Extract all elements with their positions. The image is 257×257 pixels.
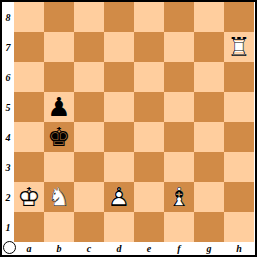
square-f2[interactable]: ♝♗ [164,182,194,212]
white-to-move-indicator [3,241,16,254]
square-f6[interactable] [164,62,194,92]
piece-white-king[interactable]: ♔ [14,182,44,212]
square-d1[interactable] [104,212,134,242]
square-b1[interactable] [44,212,74,242]
square-h3[interactable] [224,152,254,182]
square-d8[interactable] [104,2,134,32]
rank-label-6: 6 [2,62,14,92]
rank-labels: 87654321 [2,2,14,242]
file-label-f: f [164,242,194,254]
rank-label-3: 3 [2,152,14,182]
piece-black-king[interactable]: ♚ [44,122,74,152]
square-b3[interactable] [44,152,74,182]
square-g6[interactable] [194,62,224,92]
file-labels: abcdefgh [14,242,254,254]
square-d4[interactable] [104,122,134,152]
square-a2[interactable]: ♚♔ [14,182,44,212]
square-h8[interactable] [224,2,254,32]
piece-white-bishop[interactable]: ♗ [164,182,194,212]
square-f5[interactable] [164,92,194,122]
square-g2[interactable] [194,182,224,212]
file-label-g: g [194,242,224,254]
square-e8[interactable] [134,2,164,32]
square-g1[interactable] [194,212,224,242]
square-b2[interactable]: ♞♘ [44,182,74,212]
square-c7[interactable] [74,32,104,62]
square-e7[interactable] [134,32,164,62]
square-d2[interactable]: ♟♙ [104,182,134,212]
square-a1[interactable] [14,212,44,242]
square-c4[interactable] [74,122,104,152]
rank-label-2: 2 [2,182,14,212]
square-f3[interactable] [164,152,194,182]
rank-label-7: 7 [2,32,14,62]
square-h2[interactable] [224,182,254,212]
square-d5[interactable] [104,92,134,122]
square-a7[interactable] [14,32,44,62]
rank-label-4: 4 [2,122,14,152]
square-e6[interactable] [134,62,164,92]
square-b7[interactable] [44,32,74,62]
rank-label-8: 8 [2,2,14,32]
square-f1[interactable] [164,212,194,242]
square-b4[interactable]: ♚ [44,122,74,152]
square-c8[interactable] [74,2,104,32]
square-f4[interactable] [164,122,194,152]
square-a8[interactable] [14,2,44,32]
rank-label-5: 5 [2,92,14,122]
square-d3[interactable] [104,152,134,182]
square-d6[interactable] [104,62,134,92]
square-c2[interactable] [74,182,104,212]
square-c5[interactable] [74,92,104,122]
square-g5[interactable] [194,92,224,122]
square-a3[interactable] [14,152,44,182]
square-h7[interactable]: ♜♖ [224,32,254,62]
square-c3[interactable] [74,152,104,182]
square-h4[interactable] [224,122,254,152]
square-a4[interactable] [14,122,44,152]
square-f8[interactable] [164,2,194,32]
square-e4[interactable] [134,122,164,152]
piece-black-pawn[interactable]: ♟ [44,92,74,122]
square-g8[interactable] [194,2,224,32]
file-label-h: h [224,242,254,254]
square-h1[interactable] [224,212,254,242]
chess-board[interactable]: ♜♖♟♚♚♔♞♘♟♙♝♗ [14,2,254,242]
file-label-b: b [44,242,74,254]
rank-label-1: 1 [2,212,14,242]
square-f7[interactable] [164,32,194,62]
square-h6[interactable] [224,62,254,92]
square-b6[interactable] [44,62,74,92]
square-g3[interactable] [194,152,224,182]
file-label-e: e [134,242,164,254]
piece-white-knight[interactable]: ♘ [44,182,74,212]
square-c6[interactable] [74,62,104,92]
square-c1[interactable] [74,212,104,242]
file-label-a: a [14,242,44,254]
square-a5[interactable] [14,92,44,122]
square-h5[interactable] [224,92,254,122]
chess-diagram: 87654321 ♜♖♟♚♚♔♞♘♟♙♝♗ abcdefgh [0,0,257,257]
square-b8[interactable] [44,2,74,32]
file-label-c: c [74,242,104,254]
square-e5[interactable] [134,92,164,122]
square-d7[interactable] [104,32,134,62]
square-a6[interactable] [14,62,44,92]
square-e2[interactable] [134,182,164,212]
square-g7[interactable] [194,32,224,62]
square-g4[interactable] [194,122,224,152]
square-b5[interactable]: ♟ [44,92,74,122]
square-e1[interactable] [134,212,164,242]
piece-white-rook[interactable]: ♖ [224,32,254,62]
square-e3[interactable] [134,152,164,182]
file-label-d: d [104,242,134,254]
piece-white-pawn[interactable]: ♙ [104,182,134,212]
